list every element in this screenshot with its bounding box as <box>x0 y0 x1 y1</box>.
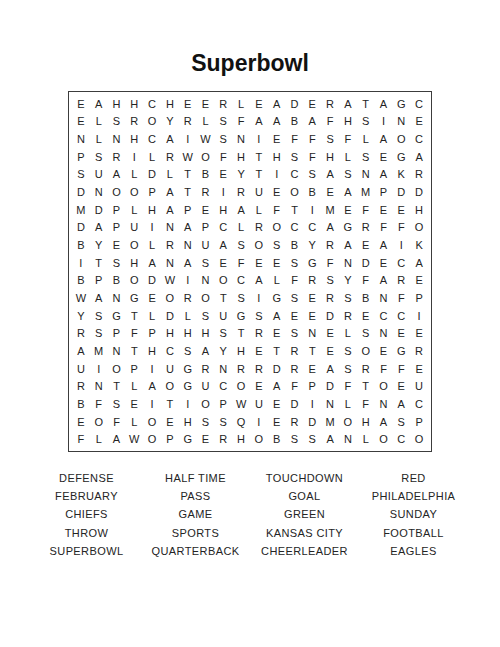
grid-cell-r9c8[interactable]: U <box>197 236 215 254</box>
grid-cell-r7c3[interactable]: P <box>108 201 126 219</box>
grid-cell-r2c11[interactable]: A <box>250 113 268 131</box>
grid-cell-r5c11[interactable]: T <box>250 166 268 184</box>
grid-cell-r5c20[interactable]: R <box>410 166 428 184</box>
grid-cell-r3c11[interactable]: I <box>250 130 268 148</box>
grid-cell-r13c20[interactable]: I <box>410 307 428 325</box>
grid-cell-r2c6[interactable]: Y <box>161 113 179 131</box>
grid-cell-r18c8[interactable]: O <box>197 395 215 413</box>
grid-cell-r16c6[interactable]: U <box>161 360 179 378</box>
grid-cell-r10c6[interactable]: N <box>161 254 179 272</box>
grid-cell-r17c10[interactable]: O <box>232 377 250 395</box>
grid-cell-r20c16[interactable]: N <box>339 430 357 448</box>
grid-cell-r20c18[interactable]: O <box>375 430 393 448</box>
grid-cell-r4c7[interactable]: W <box>179 148 197 166</box>
grid-cell-r14c9[interactable]: S <box>214 324 232 342</box>
grid-cell-r8c16[interactable]: G <box>339 219 357 237</box>
grid-cell-r3c20[interactable]: C <box>410 130 428 148</box>
grid-cell-r3c13[interactable]: F <box>286 130 304 148</box>
grid-cell-r11c17[interactable]: F <box>357 271 375 289</box>
grid-cell-r16c10[interactable]: R <box>232 360 250 378</box>
grid-cell-r11c15[interactable]: S <box>321 271 339 289</box>
grid-cell-r18c4[interactable]: E <box>125 395 143 413</box>
grid-cell-r9c14[interactable]: Y <box>303 236 321 254</box>
grid-cell-r11c13[interactable]: F <box>286 271 304 289</box>
grid-cell-r19c17[interactable]: H <box>357 413 375 431</box>
grid-cell-r15c1[interactable]: A <box>72 342 90 360</box>
grid-cell-r7c12[interactable]: F <box>268 201 286 219</box>
grid-cell-r13c3[interactable]: G <box>108 307 126 325</box>
grid-cell-r20c8[interactable]: E <box>197 430 215 448</box>
grid-cell-r19c10[interactable]: Q <box>232 413 250 431</box>
grid-cell-r10c12[interactable]: E <box>268 254 286 272</box>
grid-cell-r13c12[interactable]: A <box>268 307 286 325</box>
grid-cell-r15c18[interactable]: E <box>375 342 393 360</box>
grid-cell-r19c4[interactable]: L <box>125 413 143 431</box>
grid-cell-r20c15[interactable]: A <box>321 430 339 448</box>
grid-cell-r3c5[interactable]: C <box>143 130 161 148</box>
grid-cell-r9c16[interactable]: A <box>339 236 357 254</box>
grid-cell-r17c18[interactable]: O <box>375 377 393 395</box>
grid-cell-r1c14[interactable]: E <box>303 95 321 113</box>
grid-cell-r9c18[interactable]: A <box>375 236 393 254</box>
grid-cell-r2c20[interactable]: E <box>410 113 428 131</box>
grid-cell-r20c17[interactable]: L <box>357 430 375 448</box>
grid-cell-r3c16[interactable]: F <box>339 130 357 148</box>
grid-cell-r10c8[interactable]: S <box>197 254 215 272</box>
grid-cell-r4c4[interactable]: I <box>125 148 143 166</box>
grid-cell-r11c12[interactable]: L <box>268 271 286 289</box>
grid-cell-r9c5[interactable]: L <box>143 236 161 254</box>
grid-cell-r9c20[interactable]: K <box>410 236 428 254</box>
grid-cell-r5c19[interactable]: K <box>392 166 410 184</box>
grid-cell-r9c4[interactable]: O <box>125 236 143 254</box>
grid-cell-r15c2[interactable]: M <box>90 342 108 360</box>
grid-cell-r1c17[interactable]: T <box>357 95 375 113</box>
grid-cell-r16c9[interactable]: N <box>214 360 232 378</box>
grid-cell-r12c16[interactable]: S <box>339 289 357 307</box>
grid-cell-r10c16[interactable]: N <box>339 254 357 272</box>
grid-cell-r13c8[interactable]: S <box>197 307 215 325</box>
grid-cell-r3c14[interactable]: F <box>303 130 321 148</box>
grid-cell-r12c12[interactable]: G <box>268 289 286 307</box>
grid-cell-r15c8[interactable]: A <box>197 342 215 360</box>
grid-cell-r3c2[interactable]: L <box>90 130 108 148</box>
grid-cell-r9c6[interactable]: R <box>161 236 179 254</box>
grid-cell-r11c19[interactable]: R <box>392 271 410 289</box>
grid-cell-r16c1[interactable]: U <box>72 360 90 378</box>
grid-cell-r15c19[interactable]: G <box>392 342 410 360</box>
grid-cell-r7c4[interactable]: L <box>125 201 143 219</box>
grid-cell-r12c4[interactable]: G <box>125 289 143 307</box>
grid-cell-r4c12[interactable]: H <box>268 148 286 166</box>
grid-cell-r1c3[interactable]: H <box>108 95 126 113</box>
grid-cell-r12c8[interactable]: O <box>197 289 215 307</box>
grid-cell-r15c7[interactable]: S <box>179 342 197 360</box>
grid-cell-r6c13[interactable]: O <box>286 183 304 201</box>
grid-cell-r3c10[interactable]: N <box>232 130 250 148</box>
grid-cell-r6c10[interactable]: R <box>232 183 250 201</box>
grid-cell-r13c18[interactable]: C <box>375 307 393 325</box>
grid-cell-r14c2[interactable]: S <box>90 324 108 342</box>
grid-cell-r17c4[interactable]: L <box>125 377 143 395</box>
grid-cell-r2c12[interactable]: A <box>268 113 286 131</box>
grid-cell-r8c3[interactable]: P <box>108 219 126 237</box>
grid-cell-r2c16[interactable]: H <box>339 113 357 131</box>
grid-cell-r18c11[interactable]: U <box>250 395 268 413</box>
grid-cell-r8c5[interactable]: I <box>143 219 161 237</box>
grid-cell-r13c5[interactable]: L <box>143 307 161 325</box>
grid-cell-r7c13[interactable]: T <box>286 201 304 219</box>
grid-cell-r17c15[interactable]: D <box>321 377 339 395</box>
grid-cell-r4c9[interactable]: F <box>214 148 232 166</box>
grid-cell-r8c6[interactable]: N <box>161 219 179 237</box>
grid-cell-r4c14[interactable]: F <box>303 148 321 166</box>
grid-cell-r2c15[interactable]: F <box>321 113 339 131</box>
grid-cell-r9c2[interactable]: Y <box>90 236 108 254</box>
grid-cell-r16c7[interactable]: G <box>179 360 197 378</box>
grid-cell-r14c10[interactable]: T <box>232 324 250 342</box>
grid-cell-r12c20[interactable]: P <box>410 289 428 307</box>
grid-cell-r5c4[interactable]: L <box>125 166 143 184</box>
grid-cell-r5c14[interactable]: S <box>303 166 321 184</box>
grid-cell-r14c6[interactable]: H <box>161 324 179 342</box>
grid-cell-r4c11[interactable]: T <box>250 148 268 166</box>
grid-cell-r20c11[interactable]: O <box>250 430 268 448</box>
grid-cell-r10c17[interactable]: D <box>357 254 375 272</box>
grid-cell-r19c18[interactable]: A <box>375 413 393 431</box>
grid-cell-r16c20[interactable]: E <box>410 360 428 378</box>
grid-cell-r5c1[interactable]: S <box>72 166 90 184</box>
grid-cell-r3c19[interactable]: O <box>392 130 410 148</box>
grid-cell-r2c2[interactable]: L <box>90 113 108 131</box>
grid-cell-r14c14[interactable]: N <box>303 324 321 342</box>
grid-cell-r3c6[interactable]: A <box>161 130 179 148</box>
grid-cell-r7c20[interactable]: H <box>410 201 428 219</box>
grid-cell-r14c5[interactable]: P <box>143 324 161 342</box>
grid-cell-r14c3[interactable]: P <box>108 324 126 342</box>
grid-cell-r16c5[interactable]: I <box>143 360 161 378</box>
grid-cell-r3c1[interactable]: N <box>72 130 90 148</box>
grid-cell-r15c4[interactable]: T <box>125 342 143 360</box>
grid-cell-r11c3[interactable]: B <box>108 271 126 289</box>
grid-cell-r16c15[interactable]: A <box>321 360 339 378</box>
grid-cell-r1c10[interactable]: L <box>232 95 250 113</box>
grid-cell-r17c17[interactable]: T <box>357 377 375 395</box>
grid-cell-r18c18[interactable]: N <box>375 395 393 413</box>
grid-cell-r15c6[interactable]: C <box>161 342 179 360</box>
grid-cell-r4c19[interactable]: G <box>392 148 410 166</box>
grid-cell-r19c11[interactable]: I <box>250 413 268 431</box>
grid-cell-r9c12[interactable]: S <box>268 236 286 254</box>
grid-cell-r13c10[interactable]: G <box>232 307 250 325</box>
grid-cell-r10c20[interactable]: A <box>410 254 428 272</box>
grid-cell-r2c1[interactable]: E <box>72 113 90 131</box>
grid-cell-r10c18[interactable]: E <box>375 254 393 272</box>
grid-cell-r10c5[interactable]: A <box>143 254 161 272</box>
grid-cell-r2c10[interactable]: F <box>232 113 250 131</box>
grid-cell-r14c18[interactable]: N <box>375 324 393 342</box>
grid-cell-r10c10[interactable]: F <box>232 254 250 272</box>
grid-cell-r1c12[interactable]: A <box>268 95 286 113</box>
grid-cell-r18c9[interactable]: P <box>214 395 232 413</box>
grid-cell-r8c1[interactable]: D <box>72 219 90 237</box>
grid-cell-r7c5[interactable]: H <box>143 201 161 219</box>
grid-cell-r20c5[interactable]: O <box>143 430 161 448</box>
grid-cell-r12c19[interactable]: F <box>392 289 410 307</box>
grid-cell-r6c14[interactable]: B <box>303 183 321 201</box>
grid-cell-r9c15[interactable]: R <box>321 236 339 254</box>
grid-cell-r7c2[interactable]: D <box>90 201 108 219</box>
grid-cell-r14c19[interactable]: E <box>392 324 410 342</box>
grid-cell-r13c16[interactable]: R <box>339 307 357 325</box>
grid-cell-r6c5[interactable]: P <box>143 183 161 201</box>
grid-cell-r7c8[interactable]: E <box>197 201 215 219</box>
grid-cell-r8c15[interactable]: A <box>321 219 339 237</box>
grid-cell-r12c5[interactable]: E <box>143 289 161 307</box>
grid-cell-r20c4[interactable]: W <box>125 430 143 448</box>
grid-cell-r11c7[interactable]: I <box>179 271 197 289</box>
grid-cell-r13c11[interactable]: S <box>250 307 268 325</box>
grid-cell-r18c12[interactable]: E <box>268 395 286 413</box>
grid-cell-r5c10[interactable]: Y <box>232 166 250 184</box>
grid-cell-r8c11[interactable]: R <box>250 219 268 237</box>
grid-cell-r14c16[interactable]: L <box>339 324 357 342</box>
grid-cell-r19c9[interactable]: S <box>214 413 232 431</box>
grid-cell-r7c7[interactable]: P <box>179 201 197 219</box>
grid-cell-r7c17[interactable]: F <box>357 201 375 219</box>
grid-cell-r20c10[interactable]: H <box>232 430 250 448</box>
grid-cell-r1c16[interactable]: A <box>339 95 357 113</box>
grid-cell-r11c4[interactable]: O <box>125 271 143 289</box>
grid-cell-r11c16[interactable]: Y <box>339 271 357 289</box>
grid-cell-r5c6[interactable]: L <box>161 166 179 184</box>
grid-cell-r20c20[interactable]: O <box>410 430 428 448</box>
grid-cell-r16c12[interactable]: D <box>268 360 286 378</box>
grid-cell-r20c2[interactable]: L <box>90 430 108 448</box>
grid-cell-r2c5[interactable]: O <box>143 113 161 131</box>
grid-cell-r5c8[interactable]: B <box>197 166 215 184</box>
grid-cell-r18c15[interactable]: N <box>321 395 339 413</box>
grid-cell-r4c10[interactable]: H <box>232 148 250 166</box>
grid-cell-r6c1[interactable]: D <box>72 183 90 201</box>
grid-cell-r15c5[interactable]: H <box>143 342 161 360</box>
grid-cell-r11c11[interactable]: A <box>250 271 268 289</box>
grid-cell-r7c1[interactable]: M <box>72 201 90 219</box>
grid-cell-r19c3[interactable]: F <box>108 413 126 431</box>
grid-cell-r8c7[interactable]: A <box>179 219 197 237</box>
grid-cell-r4c15[interactable]: H <box>321 148 339 166</box>
grid-cell-r18c13[interactable]: D <box>286 395 304 413</box>
grid-cell-r6c16[interactable]: A <box>339 183 357 201</box>
grid-cell-r17c3[interactable]: T <box>108 377 126 395</box>
grid-cell-r13c4[interactable]: T <box>125 307 143 325</box>
grid-cell-r11c10[interactable]: C <box>232 271 250 289</box>
grid-cell-r4c13[interactable]: S <box>286 148 304 166</box>
grid-cell-r17c8[interactable]: U <box>197 377 215 395</box>
grid-cell-r17c5[interactable]: A <box>143 377 161 395</box>
grid-cell-r2c7[interactable]: R <box>179 113 197 131</box>
grid-cell-r13c14[interactable]: E <box>303 307 321 325</box>
grid-cell-r17c16[interactable]: F <box>339 377 357 395</box>
grid-cell-r2c19[interactable]: N <box>392 113 410 131</box>
grid-cell-r14c8[interactable]: H <box>197 324 215 342</box>
grid-cell-r12c15[interactable]: R <box>321 289 339 307</box>
grid-cell-r16c11[interactable]: R <box>250 360 268 378</box>
grid-cell-r1c7[interactable]: E <box>179 95 197 113</box>
grid-cell-r19c14[interactable]: D <box>303 413 321 431</box>
grid-cell-r19c7[interactable]: H <box>179 413 197 431</box>
grid-cell-r2c8[interactable]: L <box>197 113 215 131</box>
grid-cell-r18c16[interactable]: L <box>339 395 357 413</box>
grid-cell-r7c16[interactable]: E <box>339 201 357 219</box>
grid-cell-r6c12[interactable]: E <box>268 183 286 201</box>
grid-cell-r16c2[interactable]: I <box>90 360 108 378</box>
grid-cell-r19c2[interactable]: O <box>90 413 108 431</box>
grid-cell-r8c9[interactable]: C <box>214 219 232 237</box>
grid-cell-r13c9[interactable]: U <box>214 307 232 325</box>
grid-cell-r9c11[interactable]: O <box>250 236 268 254</box>
grid-cell-r20c7[interactable]: G <box>179 430 197 448</box>
grid-cell-r16c19[interactable]: F <box>392 360 410 378</box>
grid-cell-r4c18[interactable]: E <box>375 148 393 166</box>
grid-cell-r6c18[interactable]: P <box>375 183 393 201</box>
grid-cell-r15c17[interactable]: O <box>357 342 375 360</box>
grid-cell-r11c18[interactable]: A <box>375 271 393 289</box>
grid-cell-r4c5[interactable]: L <box>143 148 161 166</box>
grid-cell-r15c13[interactable]: R <box>286 342 304 360</box>
grid-cell-r1c2[interactable]: A <box>90 95 108 113</box>
grid-cell-r4c20[interactable]: A <box>410 148 428 166</box>
grid-cell-r2c18[interactable]: I <box>375 113 393 131</box>
grid-cell-r16c13[interactable]: R <box>286 360 304 378</box>
grid-cell-r13c6[interactable]: D <box>161 307 179 325</box>
grid-cell-r20c13[interactable]: S <box>286 430 304 448</box>
grid-cell-r17c7[interactable]: G <box>179 377 197 395</box>
grid-cell-r5c15[interactable]: A <box>321 166 339 184</box>
grid-cell-r5c18[interactable]: A <box>375 166 393 184</box>
grid-cell-r12c13[interactable]: S <box>286 289 304 307</box>
grid-cell-r1c15[interactable]: R <box>321 95 339 113</box>
grid-cell-r9c9[interactable]: A <box>214 236 232 254</box>
grid-cell-r14c17[interactable]: S <box>357 324 375 342</box>
grid-cell-r17c6[interactable]: O <box>161 377 179 395</box>
grid-cell-r1c1[interactable]: E <box>72 95 90 113</box>
grid-cell-r1c18[interactable]: A <box>375 95 393 113</box>
grid-cell-r18c2[interactable]: F <box>90 395 108 413</box>
grid-cell-r18c1[interactable]: B <box>72 395 90 413</box>
grid-cell-r14c11[interactable]: R <box>250 324 268 342</box>
grid-cell-r5c9[interactable]: E <box>214 166 232 184</box>
grid-cell-r10c7[interactable]: A <box>179 254 197 272</box>
grid-cell-r12c18[interactable]: N <box>375 289 393 307</box>
grid-cell-r19c16[interactable]: O <box>339 413 357 431</box>
grid-cell-r12c7[interactable]: R <box>179 289 197 307</box>
grid-cell-r11c9[interactable]: O <box>214 271 232 289</box>
grid-cell-r18c17[interactable]: F <box>357 395 375 413</box>
grid-cell-r15c12[interactable]: T <box>268 342 286 360</box>
grid-cell-r13c17[interactable]: E <box>357 307 375 325</box>
grid-cell-r20c9[interactable]: R <box>214 430 232 448</box>
grid-cell-r2c9[interactable]: S <box>214 113 232 131</box>
grid-cell-r8c19[interactable]: F <box>392 219 410 237</box>
grid-cell-r18c19[interactable]: A <box>392 395 410 413</box>
grid-cell-r17c11[interactable]: E <box>250 377 268 395</box>
grid-cell-r13c13[interactable]: E <box>286 307 304 325</box>
grid-cell-r12c1[interactable]: W <box>72 289 90 307</box>
grid-cell-r5c3[interactable]: A <box>108 166 126 184</box>
grid-cell-r8c2[interactable]: A <box>90 219 108 237</box>
grid-cell-r9c19[interactable]: I <box>392 236 410 254</box>
grid-cell-r9c10[interactable]: S <box>232 236 250 254</box>
grid-cell-r18c5[interactable]: I <box>143 395 161 413</box>
grid-cell-r6c7[interactable]: T <box>179 183 197 201</box>
grid-cell-r8c20[interactable]: O <box>410 219 428 237</box>
grid-cell-r18c10[interactable]: W <box>232 395 250 413</box>
grid-cell-r6c8[interactable]: R <box>197 183 215 201</box>
grid-cell-r13c1[interactable]: Y <box>72 307 90 325</box>
grid-cell-r1c19[interactable]: G <box>392 95 410 113</box>
grid-cell-r5c5[interactable]: D <box>143 166 161 184</box>
grid-cell-r14c1[interactable]: R <box>72 324 90 342</box>
grid-cell-r16c3[interactable]: O <box>108 360 126 378</box>
grid-cell-r15c9[interactable]: Y <box>214 342 232 360</box>
grid-cell-r6c17[interactable]: M <box>357 183 375 201</box>
grid-cell-r13c15[interactable]: D <box>321 307 339 325</box>
grid-cell-r5c17[interactable]: N <box>357 166 375 184</box>
grid-cell-r15c11[interactable]: E <box>250 342 268 360</box>
grid-cell-r16c17[interactable]: R <box>357 360 375 378</box>
grid-cell-r17c1[interactable]: R <box>72 377 90 395</box>
grid-cell-r17c13[interactable]: F <box>286 377 304 395</box>
grid-cell-r11c2[interactable]: P <box>90 271 108 289</box>
grid-cell-r19c13[interactable]: R <box>286 413 304 431</box>
grid-cell-r19c1[interactable]: E <box>72 413 90 431</box>
grid-cell-r16c18[interactable]: F <box>375 360 393 378</box>
grid-cell-r12c2[interactable]: A <box>90 289 108 307</box>
grid-cell-r11c5[interactable]: D <box>143 271 161 289</box>
grid-cell-r20c1[interactable]: F <box>72 430 90 448</box>
grid-cell-r20c14[interactable]: S <box>303 430 321 448</box>
grid-cell-r1c4[interactable]: H <box>125 95 143 113</box>
grid-cell-r9c3[interactable]: E <box>108 236 126 254</box>
grid-cell-r12c14[interactable]: E <box>303 289 321 307</box>
grid-cell-r16c14[interactable]: E <box>303 360 321 378</box>
grid-cell-r3c7[interactable]: I <box>179 130 197 148</box>
grid-cell-r1c20[interactable]: C <box>410 95 428 113</box>
grid-cell-r17c20[interactable]: U <box>410 377 428 395</box>
grid-cell-r4c8[interactable]: O <box>197 148 215 166</box>
grid-cell-r4c3[interactable]: R <box>108 148 126 166</box>
grid-cell-r7c11[interactable]: L <box>250 201 268 219</box>
grid-cell-r14c12[interactable]: E <box>268 324 286 342</box>
grid-cell-r12c17[interactable]: B <box>357 289 375 307</box>
grid-cell-r10c13[interactable]: S <box>286 254 304 272</box>
grid-cell-r19c12[interactable]: E <box>268 413 286 431</box>
grid-cell-r15c14[interactable]: T <box>303 342 321 360</box>
grid-cell-r19c15[interactable]: M <box>321 413 339 431</box>
grid-cell-r12c3[interactable]: N <box>108 289 126 307</box>
grid-cell-r14c13[interactable]: S <box>286 324 304 342</box>
grid-cell-r6c6[interactable]: A <box>161 183 179 201</box>
grid-cell-r3c18[interactable]: A <box>375 130 393 148</box>
grid-cell-r17c14[interactable]: P <box>303 377 321 395</box>
grid-cell-r13c7[interactable]: L <box>179 307 197 325</box>
grid-cell-r8c18[interactable]: F <box>375 219 393 237</box>
grid-cell-r7c9[interactable]: H <box>214 201 232 219</box>
grid-cell-r17c9[interactable]: C <box>214 377 232 395</box>
grid-cell-r4c17[interactable]: S <box>357 148 375 166</box>
grid-cell-r11c6[interactable]: W <box>161 271 179 289</box>
